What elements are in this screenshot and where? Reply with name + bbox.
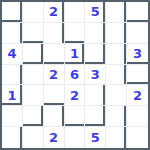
grid-cell-empty-r6c4[interactable] xyxy=(65,106,86,127)
grid-cell-empty-r7c4[interactable] xyxy=(65,127,86,148)
grid-cell-empty-r1c2[interactable] xyxy=(23,2,44,23)
grid-cell-clue-r4c3: 2 xyxy=(44,65,65,86)
grid-cell-empty-r7c7[interactable] xyxy=(127,127,148,148)
grid-cell-empty-r7c1[interactable] xyxy=(2,127,23,148)
grid-cell-empty-r6c7[interactable] xyxy=(127,106,148,127)
grid-cell-empty-r6c5[interactable] xyxy=(85,106,106,127)
grid-cell-clue-r5c1: 1 xyxy=(2,85,23,106)
grid-cell-empty-r2c2[interactable] xyxy=(23,23,44,44)
grid-cell-empty-r2c1[interactable] xyxy=(2,23,23,44)
grid-cell-empty-r2c7[interactable] xyxy=(127,23,148,44)
grid-cell-clue-r3c7: 3 xyxy=(127,44,148,65)
grid-cell-clue-r4c4: 6 xyxy=(65,65,86,86)
grid-cell-empty-r3c3[interactable] xyxy=(44,44,65,65)
grid-cell-clue-r1c5: 5 xyxy=(85,2,106,23)
grid-cell-empty-r5c2[interactable] xyxy=(23,85,44,106)
grid-cell-empty-r4c2[interactable] xyxy=(23,65,44,86)
grid-cell-empty-r5c5[interactable] xyxy=(85,85,106,106)
grid-cell-empty-r4c7[interactable] xyxy=(127,65,148,86)
grid-cell-empty-r5c3[interactable] xyxy=(44,85,65,106)
grid-cell-empty-r6c1[interactable] xyxy=(2,106,23,127)
grid-cell-empty-r2c4[interactable] xyxy=(65,23,86,44)
grid-cell-empty-r2c5[interactable] xyxy=(85,23,106,44)
grid-cell-empty-r2c6[interactable] xyxy=(106,23,127,44)
grid-cell-empty-r3c5[interactable] xyxy=(85,44,106,65)
grid-cell-clue-r1c3: 2 xyxy=(44,2,65,23)
grid-cell-empty-r7c2[interactable] xyxy=(23,127,44,148)
grid-cell-empty-r1c4[interactable] xyxy=(65,2,86,23)
grid-cell-clue-r4c5: 3 xyxy=(85,65,106,86)
grid-cell-empty-r7c6[interactable] xyxy=(106,127,127,148)
grid-cell-empty-r1c6[interactable] xyxy=(106,2,127,23)
grid-cell-empty-r3c6[interactable] xyxy=(106,44,127,65)
grid-cell-empty-r6c2[interactable] xyxy=(23,106,44,127)
grid-cell-clue-r7c5: 5 xyxy=(85,127,106,148)
grid-cell-empty-r4c6[interactable] xyxy=(106,65,127,86)
grid-cell-empty-r2c3[interactable] xyxy=(44,23,65,44)
puzzle-board: 2541326312225 xyxy=(0,0,150,150)
grid-cell-empty-r3c2[interactable] xyxy=(23,44,44,65)
grid-cell-clue-r3c4: 1 xyxy=(65,44,86,65)
grid-cell-clue-r5c4: 2 xyxy=(65,85,86,106)
grid-cell-empty-r6c3[interactable] xyxy=(44,106,65,127)
grid-cell-clue-r7c3: 2 xyxy=(44,127,65,148)
grid-cell-empty-r4c1[interactable] xyxy=(2,65,23,86)
grid-cell-clue-r3c1: 4 xyxy=(2,44,23,65)
grid-cell-empty-r6c6[interactable] xyxy=(106,106,127,127)
grid-cell-empty-r1c7[interactable] xyxy=(127,2,148,23)
grid-cell-clue-r5c7: 2 xyxy=(127,85,148,106)
grid-cell-empty-r1c1[interactable] xyxy=(2,2,23,23)
grid-cell-empty-r5c6[interactable] xyxy=(106,85,127,106)
